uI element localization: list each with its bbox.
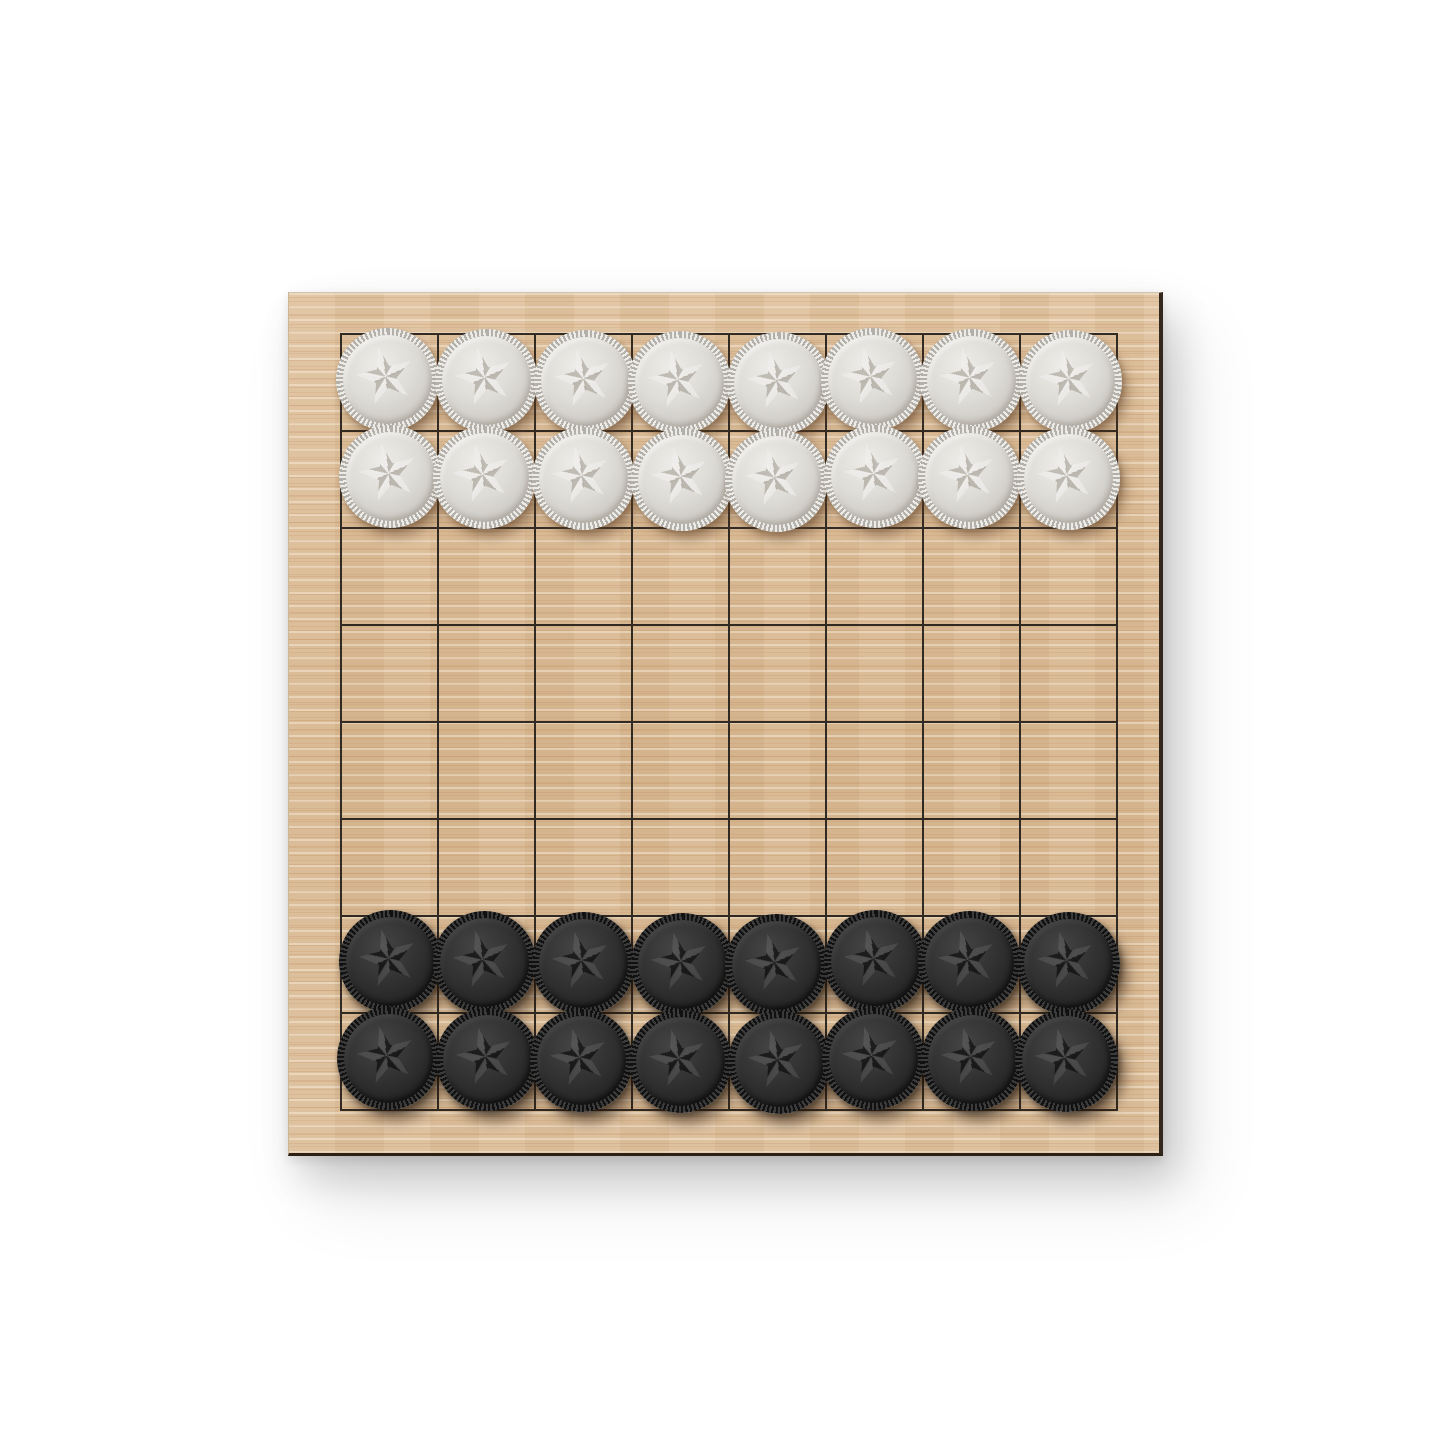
board-cell[interactable] [341, 1013, 438, 1110]
piece-face [443, 1015, 532, 1104]
board-cell[interactable] [729, 1013, 826, 1110]
board-cell[interactable] [923, 1013, 1020, 1110]
star-icon [838, 438, 909, 509]
white-piece[interactable] [920, 329, 1023, 432]
board-cell[interactable] [729, 528, 826, 625]
board-cell[interactable] [632, 625, 729, 722]
black-piece[interactable] [728, 1011, 831, 1114]
star-icon [449, 342, 520, 413]
board-cell[interactable] [438, 819, 535, 916]
star-icon [741, 345, 812, 416]
black-piece[interactable] [337, 1007, 440, 1110]
board-cell[interactable] [923, 334, 1020, 431]
piece-face [829, 1014, 918, 1103]
board-cell[interactable] [1020, 334, 1117, 431]
star-icon [836, 1020, 907, 1091]
black-piece[interactable] [433, 911, 536, 1014]
board-cell[interactable] [923, 722, 1020, 819]
piece-face [638, 920, 727, 1009]
board-cell[interactable] [632, 334, 729, 431]
star-icon [447, 439, 518, 510]
board-cell[interactable] [826, 334, 923, 431]
star-icon [742, 1024, 813, 1095]
star-icon [447, 924, 518, 995]
board-cell[interactable] [535, 334, 632, 431]
piece-face [734, 339, 823, 428]
board-cell[interactable] [826, 819, 923, 916]
board-cell[interactable] [438, 722, 535, 819]
star-icon [932, 439, 1003, 510]
board-cell[interactable] [1020, 625, 1117, 722]
piece-face [344, 1014, 433, 1103]
board-cell[interactable] [923, 528, 1020, 625]
white-piece[interactable] [628, 331, 731, 434]
piece-face [925, 433, 1014, 522]
black-piece[interactable] [918, 911, 1021, 1014]
star-icon [353, 438, 424, 509]
white-piece[interactable] [725, 429, 828, 532]
piece-face [539, 434, 628, 523]
board-cell[interactable] [923, 819, 1020, 916]
board-cell[interactable] [826, 431, 923, 528]
star-icon [353, 923, 424, 994]
piece-face [732, 921, 821, 1010]
board-cell[interactable] [826, 722, 923, 819]
piece-face [735, 1018, 824, 1107]
star-icon [1029, 1022, 1100, 1093]
white-piece[interactable] [433, 426, 536, 529]
white-piece[interactable] [1019, 330, 1122, 433]
board-cell[interactable] [341, 819, 438, 916]
board-cell[interactable] [729, 722, 826, 819]
star-icon [645, 441, 716, 512]
board-cell[interactable] [632, 819, 729, 916]
star-icon [739, 927, 810, 998]
white-piece[interactable] [821, 328, 924, 431]
star-icon [645, 926, 716, 997]
piece-face [732, 436, 821, 525]
piece-face [440, 918, 529, 1007]
board-cells [340, 333, 1118, 1111]
black-piece[interactable] [436, 1008, 539, 1111]
board-cell[interactable] [923, 625, 1020, 722]
star-icon [546, 925, 617, 996]
board-cell[interactable] [438, 431, 535, 528]
board-cell[interactable] [438, 916, 535, 1013]
board-cell[interactable] [729, 916, 826, 1013]
board-cell[interactable] [535, 528, 632, 625]
board-cell[interactable] [535, 819, 632, 916]
star-icon [838, 923, 909, 994]
star-icon [1031, 925, 1102, 996]
star-icon [1031, 440, 1102, 511]
board-cell[interactable] [632, 916, 729, 1013]
white-piece[interactable] [435, 329, 538, 432]
board-cell[interactable] [826, 625, 923, 722]
board-cell[interactable] [535, 722, 632, 819]
board-cell[interactable] [1020, 431, 1117, 528]
black-piece[interactable] [530, 1009, 633, 1112]
piece-face [539, 919, 628, 1008]
board-cell[interactable] [1020, 819, 1117, 916]
white-piece[interactable] [534, 330, 637, 433]
page-background [0, 0, 1445, 1445]
piece-face [537, 1016, 626, 1105]
board-cell[interactable] [535, 916, 632, 1013]
black-piece[interactable] [1017, 912, 1120, 1015]
board-cell[interactable] [438, 528, 535, 625]
piece-face [638, 435, 727, 524]
board-cell[interactable] [535, 625, 632, 722]
piece-face [1022, 1016, 1111, 1105]
board-cell[interactable] [632, 528, 729, 625]
board-cell[interactable] [341, 528, 438, 625]
board-cell[interactable] [826, 916, 923, 1013]
dama-board [288, 292, 1163, 1156]
board-cell[interactable] [632, 431, 729, 528]
white-piece[interactable] [336, 328, 439, 431]
board-cell[interactable] [923, 916, 1020, 1013]
board-cell[interactable] [1020, 916, 1117, 1013]
piece-face [1026, 337, 1115, 426]
board-cell[interactable] [1020, 722, 1117, 819]
star-icon [643, 1023, 714, 1094]
star-icon [835, 341, 906, 412]
piece-face [440, 433, 529, 522]
board-cell[interactable] [535, 431, 632, 528]
white-piece[interactable] [1017, 427, 1120, 530]
piece-face [346, 917, 435, 1006]
black-piece[interactable] [921, 1008, 1024, 1111]
black-piece[interactable] [532, 912, 635, 1015]
star-icon [351, 1020, 422, 1091]
white-piece[interactable] [339, 425, 442, 528]
board-cell[interactable] [729, 431, 826, 528]
star-icon [544, 1022, 615, 1093]
white-piece[interactable] [631, 428, 734, 531]
star-icon [548, 343, 619, 414]
board-cell[interactable] [826, 528, 923, 625]
piece-face [541, 337, 630, 426]
white-piece[interactable] [824, 425, 927, 528]
board-cell[interactable] [826, 1013, 923, 1110]
piece-face [925, 918, 1014, 1007]
board-cell[interactable] [729, 334, 826, 431]
board-cell[interactable] [438, 1013, 535, 1110]
black-piece[interactable] [822, 1007, 925, 1110]
star-icon [739, 442, 810, 513]
piece-face [828, 335, 917, 424]
black-piece[interactable] [631, 913, 734, 1016]
board-cell[interactable] [341, 334, 438, 431]
board-cell[interactable] [729, 625, 826, 722]
piece-face [442, 336, 531, 425]
black-piece[interactable] [725, 914, 828, 1017]
piece-face [1024, 919, 1113, 1008]
piece-face [1024, 434, 1113, 523]
piece-face [635, 338, 724, 427]
board-cell[interactable] [438, 625, 535, 722]
star-icon [1033, 343, 1104, 414]
piece-face [831, 432, 920, 521]
piece-face [831, 917, 920, 1006]
black-piece[interactable] [824, 910, 927, 1013]
star-icon [935, 1021, 1006, 1092]
white-piece[interactable] [532, 427, 635, 530]
star-icon [546, 440, 617, 511]
board-cell[interactable] [535, 1013, 632, 1110]
white-piece[interactable] [918, 426, 1021, 529]
board-cell[interactable] [632, 1013, 729, 1110]
star-icon [350, 341, 421, 412]
piece-face [636, 1017, 725, 1106]
board-cell[interactable] [341, 916, 438, 1013]
board-cell[interactable] [341, 625, 438, 722]
board-cell[interactable] [632, 722, 729, 819]
board-cell[interactable] [341, 431, 438, 528]
white-piece[interactable] [727, 332, 830, 435]
black-piece[interactable] [1015, 1009, 1118, 1112]
piece-face [343, 335, 432, 424]
black-piece[interactable] [629, 1010, 732, 1113]
star-icon [934, 342, 1005, 413]
piece-face [346, 432, 435, 521]
board-cell[interactable] [1020, 1013, 1117, 1110]
board-cell[interactable] [923, 431, 1020, 528]
piece-face [927, 336, 1016, 425]
board-cell[interactable] [438, 334, 535, 431]
star-icon [642, 344, 713, 415]
board-cell[interactable] [729, 819, 826, 916]
piece-face [928, 1015, 1017, 1104]
black-piece[interactable] [339, 910, 442, 1013]
star-icon [932, 924, 1003, 995]
board-cell[interactable] [1020, 528, 1117, 625]
board-cell[interactable] [341, 722, 438, 819]
star-icon [450, 1021, 521, 1092]
